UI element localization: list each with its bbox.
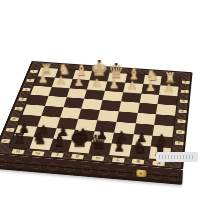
white-pawn: ♟	[38, 73, 48, 84]
square-g3	[48, 87, 69, 98]
square-c5	[116, 111, 137, 123]
product-photo: 12345678 12345678 hgfedcba ♜♞♝♚♛♝♞♜♟♟♟♟♟…	[0, 0, 200, 200]
brass-latch	[136, 169, 146, 177]
black-bishop: ♝	[52, 132, 67, 149]
black-knight: ♞	[132, 139, 147, 155]
white-pawn: ♟	[145, 81, 155, 93]
white-pawn: ♟	[74, 76, 84, 88]
white-pawn: ♟	[91, 77, 101, 89]
file-label-e: e	[71, 154, 84, 159]
file-label-d: d	[91, 156, 104, 161]
white-pawn: ♟	[163, 82, 173, 94]
square-b8: ♞	[129, 145, 151, 158]
white-pawn: ♟	[56, 74, 66, 85]
square-d8: ♛	[89, 142, 112, 155]
chess-set-scene: 12345678 12345678 hgfedcba ♜♞♝♚♛♝♞♜♟♟♟♟♟…	[0, 0, 200, 200]
rank-label-6: 6	[9, 117, 18, 121]
square-c8: ♝	[109, 144, 131, 157]
watermark	[156, 152, 198, 162]
black-king: ♚	[69, 128, 89, 151]
rank-label-4: 4	[18, 97, 27, 101]
white-pawn: ♟	[127, 79, 137, 91]
rank-label-1: 1	[29, 70, 37, 73]
rank-label-2: 2	[25, 79, 34, 82]
black-bishop: ♝	[112, 137, 127, 154]
square-h8: ♜	[10, 136, 34, 149]
white-pawn: ♟	[109, 78, 119, 90]
rank-label-8: 8	[0, 139, 10, 143]
square-a4	[156, 104, 176, 115]
black-queen: ♛	[90, 132, 108, 152]
board-grid: ♜♞♝♚♛♝♞♜♟♟♟♟♟♟♟♟♟♟♟♟♟♟♟♟♜♞♝♚♛♝♞♜	[10, 68, 180, 160]
black-knight: ♞	[33, 131, 47, 147]
black-rook: ♜	[13, 131, 26, 146]
rank-label-6: 6	[175, 130, 184, 134]
square-c4	[119, 101, 140, 112]
rank-label-3: 3	[22, 88, 31, 92]
